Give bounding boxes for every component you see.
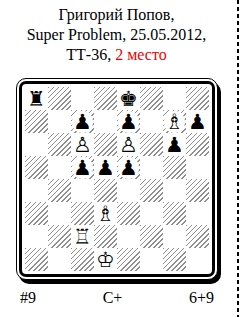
- square-g5: [163, 156, 186, 179]
- computer-tested-label: C+: [103, 289, 123, 307]
- square-c6: ♙: [71, 133, 94, 156]
- square-g2: [163, 225, 186, 248]
- square-f3: [140, 202, 163, 225]
- board-inner-frame: ♜♚♟♟♗♟♙♙♟♟♟♟♗♖♔: [19, 81, 215, 277]
- square-b8: [48, 87, 71, 110]
- square-c7: ♟: [71, 110, 94, 133]
- black-pawn-g6: ♟: [164, 134, 185, 156]
- square-c5: ♟: [71, 156, 94, 179]
- title-place: 2 место: [115, 46, 167, 63]
- caption-row: #9 C+ 6+9: [16, 289, 218, 307]
- square-e4: [117, 179, 140, 202]
- square-c2: ♖: [71, 225, 94, 248]
- square-e2: [117, 225, 140, 248]
- stipulation-label: #9: [20, 289, 36, 307]
- square-f2: [140, 225, 163, 248]
- square-f1: [140, 248, 163, 271]
- square-g4: [163, 179, 186, 202]
- square-d4: [94, 179, 117, 202]
- square-g1: [163, 248, 186, 271]
- square-e3: [117, 202, 140, 225]
- page-boundary-dashed-line: [237, 0, 239, 317]
- square-c1: [71, 248, 94, 271]
- square-a4: [25, 179, 48, 202]
- square-a7: [25, 110, 48, 133]
- square-f4: [140, 179, 163, 202]
- square-b4: [48, 179, 71, 202]
- square-h1: [186, 248, 209, 271]
- white-pawn-e6: ♙: [118, 134, 139, 156]
- board-outer-frame: ♜♚♟♟♗♟♙♙♟♟♟♟♗♖♔: [16, 78, 218, 280]
- material-count-label: 6+9: [189, 289, 214, 307]
- white-bishop-g7: ♗: [164, 111, 185, 133]
- black-pawn-c7: ♟: [72, 111, 93, 133]
- square-a8: ♜: [25, 87, 48, 110]
- square-a1: [25, 248, 48, 271]
- square-a5: [25, 156, 48, 179]
- square-f5: [140, 156, 163, 179]
- black-pawn-c5: ♟: [72, 157, 93, 179]
- black-pawn-d5: ♟: [95, 157, 116, 179]
- white-pawn-c6: ♙: [72, 134, 93, 156]
- square-a3: [25, 202, 48, 225]
- square-e8: ♚: [117, 87, 140, 110]
- black-pawn-h7: ♟: [187, 111, 208, 133]
- square-d1: ♔: [94, 248, 117, 271]
- board-grid: ♜♚♟♟♗♟♙♙♟♟♟♟♗♖♔: [25, 87, 209, 271]
- square-c8: [71, 87, 94, 110]
- square-b3: [48, 202, 71, 225]
- square-e1: [117, 248, 140, 271]
- square-h7: ♟: [186, 110, 209, 133]
- square-c4: [71, 179, 94, 202]
- square-g6: ♟: [163, 133, 186, 156]
- square-b1: [48, 248, 71, 271]
- square-d6: [94, 133, 117, 156]
- square-b5: [48, 156, 71, 179]
- white-rook-c2: ♖: [72, 226, 93, 248]
- black-pawn-e5: ♟: [118, 157, 139, 179]
- square-g7: ♗: [163, 110, 186, 133]
- square-c3: [71, 202, 94, 225]
- square-d8: [94, 87, 117, 110]
- square-d5: ♟: [94, 156, 117, 179]
- square-d7: [94, 110, 117, 133]
- white-bishop-d3: ♗: [95, 203, 116, 225]
- square-f7: [140, 110, 163, 133]
- square-b7: [48, 110, 71, 133]
- square-h3: [186, 202, 209, 225]
- problem-title: Григорий Попов, Super Problem, 25.05.201…: [0, 5, 233, 65]
- square-h4: [186, 179, 209, 202]
- square-d3: ♗: [94, 202, 117, 225]
- square-f6: [140, 133, 163, 156]
- chess-board: ♜♚♟♟♗♟♙♙♟♟♟♟♗♖♔: [16, 78, 218, 280]
- black-king-e8: ♚: [118, 88, 139, 110]
- title-award: ТТ-36, 2 место: [0, 45, 233, 65]
- square-g8: [163, 87, 186, 110]
- square-e6: ♙: [117, 133, 140, 156]
- square-h8: [186, 87, 209, 110]
- title-tourney: ТТ-36,: [66, 46, 115, 63]
- square-b6: [48, 133, 71, 156]
- black-pawn-e7: ♟: [118, 111, 139, 133]
- title-author: Григорий Попов,: [0, 5, 233, 25]
- black-rook-a8: ♜: [26, 88, 47, 110]
- square-a2: [25, 225, 48, 248]
- square-e7: ♟: [117, 110, 140, 133]
- square-e5: ♟: [117, 156, 140, 179]
- square-h5: [186, 156, 209, 179]
- square-d2: [94, 225, 117, 248]
- title-source-date: Super Problem, 25.05.2012,: [0, 25, 233, 45]
- square-f8: [140, 87, 163, 110]
- square-h2: [186, 225, 209, 248]
- square-b2: [48, 225, 71, 248]
- square-g3: [163, 202, 186, 225]
- white-king-d1: ♔: [95, 249, 116, 271]
- square-a6: [25, 133, 48, 156]
- square-h6: [186, 133, 209, 156]
